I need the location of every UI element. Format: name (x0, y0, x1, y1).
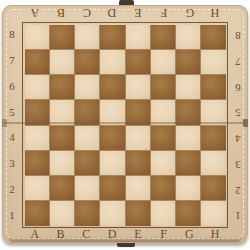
square-b6[interactable] (50, 75, 74, 99)
file-label-bottom-g: G (177, 227, 203, 241)
file-label-top-b: B (48, 6, 74, 20)
square-c7[interactable] (75, 50, 99, 74)
square-h7[interactable] (201, 50, 225, 74)
square-e2[interactable] (126, 176, 150, 200)
file-label-bottom-b: B (48, 227, 74, 241)
square-g3[interactable] (176, 151, 200, 175)
square-g6[interactable] (176, 75, 200, 99)
rank-label-right-6: 6 (231, 74, 245, 100)
rank-label-left-4: 4 (5, 125, 19, 151)
file-label-bottom-e: E (125, 227, 151, 241)
fold-seam-notch-right (243, 119, 248, 127)
fold-seam-notch-left (2, 119, 7, 127)
square-h1[interactable] (201, 201, 225, 225)
square-b1[interactable] (50, 201, 74, 225)
file-label-bottom-f: F (151, 227, 177, 241)
square-b4[interactable] (50, 126, 74, 150)
square-c5[interactable] (75, 100, 99, 124)
square-f4[interactable] (151, 126, 175, 150)
square-h3[interactable] (201, 151, 225, 175)
square-a4[interactable] (25, 126, 49, 150)
square-d3[interactable] (100, 151, 124, 175)
rank-label-right-4: 4 (231, 125, 245, 151)
square-e3[interactable] (126, 151, 150, 175)
square-e6[interactable] (126, 75, 150, 99)
square-a8[interactable] (25, 25, 49, 49)
square-a5[interactable] (25, 100, 49, 124)
rank-label-right-1: 1 (231, 202, 245, 228)
square-b7[interactable] (50, 50, 74, 74)
square-b3[interactable] (50, 151, 74, 175)
file-label-top-e: E (125, 6, 151, 20)
square-f7[interactable] (151, 50, 175, 74)
file-label-bottom-h: H (202, 227, 228, 241)
square-h2[interactable] (201, 176, 225, 200)
square-g7[interactable] (176, 50, 200, 74)
square-c4[interactable] (75, 126, 99, 150)
rank-labels-left: 87654321 (5, 22, 19, 228)
chessboard-photo: ABCDEFGH ABCDEFGH 87654321 87654321 (0, 0, 250, 250)
square-e5[interactable] (126, 100, 150, 124)
square-a1[interactable] (25, 201, 49, 225)
square-h5[interactable] (201, 100, 225, 124)
square-f2[interactable] (151, 176, 175, 200)
square-d8[interactable] (100, 25, 124, 49)
square-g8[interactable] (176, 25, 200, 49)
squares-grid (25, 25, 226, 226)
square-a2[interactable] (25, 176, 49, 200)
file-label-bottom-c: C (74, 227, 100, 241)
square-c1[interactable] (75, 201, 99, 225)
rank-label-left-5: 5 (5, 99, 19, 125)
file-label-bottom-a: A (22, 227, 48, 241)
square-a3[interactable] (25, 151, 49, 175)
rank-label-left-6: 6 (5, 74, 19, 100)
square-e7[interactable] (126, 50, 150, 74)
file-label-bottom-d: D (99, 227, 125, 241)
square-c8[interactable] (75, 25, 99, 49)
square-h4[interactable] (201, 126, 225, 150)
square-e1[interactable] (126, 201, 150, 225)
square-c3[interactable] (75, 151, 99, 175)
square-b8[interactable] (50, 25, 74, 49)
square-f3[interactable] (151, 151, 175, 175)
rank-label-left-7: 7 (5, 48, 19, 74)
square-h6[interactable] (201, 75, 225, 99)
file-labels-top: ABCDEFGH (22, 6, 228, 20)
file-label-top-g: G (177, 6, 203, 20)
square-f1[interactable] (151, 201, 175, 225)
square-b5[interactable] (50, 100, 74, 124)
rank-label-right-2: 2 (231, 177, 245, 203)
square-g1[interactable] (176, 201, 200, 225)
square-d4[interactable] (100, 126, 124, 150)
square-h8[interactable] (201, 25, 225, 49)
rank-label-right-3: 3 (231, 151, 245, 177)
square-b2[interactable] (50, 176, 74, 200)
square-d7[interactable] (100, 50, 124, 74)
square-d5[interactable] (100, 100, 124, 124)
square-a6[interactable] (25, 75, 49, 99)
square-f5[interactable] (151, 100, 175, 124)
rank-label-left-8: 8 (5, 22, 19, 48)
square-g5[interactable] (176, 100, 200, 124)
square-f6[interactable] (151, 75, 175, 99)
square-e4[interactable] (126, 126, 150, 150)
file-labels-bottom: ABCDEFGH (22, 227, 228, 241)
file-label-top-c: C (74, 6, 100, 20)
file-label-top-h: H (202, 6, 228, 20)
rank-label-left-1: 1 (5, 202, 19, 228)
rank-label-right-7: 7 (231, 48, 245, 74)
square-g2[interactable] (176, 176, 200, 200)
square-d1[interactable] (100, 201, 124, 225)
file-label-top-a: A (22, 6, 48, 20)
square-c2[interactable] (75, 176, 99, 200)
square-e8[interactable] (126, 25, 150, 49)
square-c6[interactable] (75, 75, 99, 99)
square-d6[interactable] (100, 75, 124, 99)
rank-label-right-8: 8 (231, 22, 245, 48)
square-f8[interactable] (151, 25, 175, 49)
playing-field (22, 22, 228, 228)
file-label-top-f: F (151, 6, 177, 20)
square-d2[interactable] (100, 176, 124, 200)
square-g4[interactable] (176, 126, 200, 150)
file-label-top-d: D (99, 6, 125, 20)
rank-label-left-2: 2 (5, 177, 19, 203)
square-a7[interactable] (25, 50, 49, 74)
rank-label-left-3: 3 (5, 151, 19, 177)
